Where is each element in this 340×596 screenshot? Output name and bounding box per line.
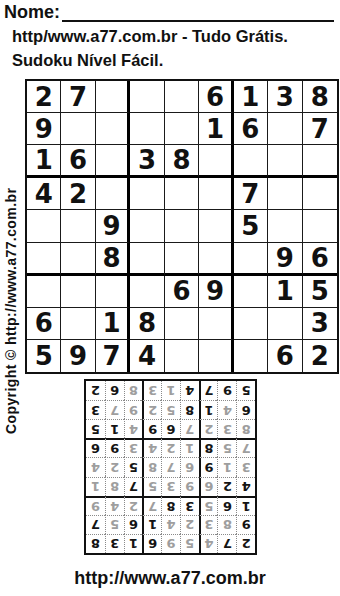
puzzle-cell-r8c4[interactable]: 8 <box>130 308 164 340</box>
puzzle-cell-r7c1[interactable] <box>27 276 61 308</box>
puzzle-cell-r3c3[interactable] <box>96 145 130 178</box>
puzzle-cell-r5c8[interactable] <box>268 210 302 242</box>
puzzle-cell-r8c6[interactable] <box>199 308 233 340</box>
solution-cell-r9c7: 8 <box>124 381 143 400</box>
solution-cell-r1c6: 6 <box>142 534 161 553</box>
solution-cell-r9c8: 6 <box>105 381 124 400</box>
puzzle-cell-r8c1[interactable]: 6 <box>27 308 61 340</box>
puzzle-cell-r4c4[interactable] <box>130 178 164 210</box>
solution-cell-r2c8: 5 <box>105 515 124 534</box>
puzzle-cell-r4c6[interactable] <box>199 178 233 210</box>
solution-cell-r6c5: 2 <box>161 438 180 457</box>
solution-cell-r7c1: 8 <box>236 419 255 438</box>
puzzle-cell-r8c3[interactable]: 1 <box>96 308 130 340</box>
solution-cell-r6c7: 3 <box>124 438 143 457</box>
footer-url: http://www.a77.com.br <box>0 568 340 589</box>
solution-cell-r8c6: 2 <box>142 400 161 419</box>
puzzle-cell-r6c7[interactable] <box>234 243 268 276</box>
puzzle-cell-r9c6[interactable] <box>199 340 233 372</box>
solution-cell-r4c4: 9 <box>180 477 199 496</box>
solution-cell-r1c4: 5 <box>180 534 199 553</box>
puzzle-cell-r1c8[interactable]: 3 <box>268 81 302 113</box>
puzzle-cell-r9c9[interactable]: 2 <box>303 340 337 372</box>
solution-cell-r9c4: 4 <box>180 381 199 400</box>
solution-cell-r6c1: 7 <box>236 438 255 457</box>
solution-cell-r4c8: 8 <box>105 477 124 496</box>
puzzle-cell-r9c8[interactable]: 6 <box>268 340 302 372</box>
sudoku-solution-grid-rotated: 2745961389832416571653872494269357813196… <box>84 379 257 555</box>
solution-cell-r3c9: 9 <box>86 496 105 515</box>
puzzle-cell-r6c6[interactable] <box>199 243 233 276</box>
puzzle-cell-r1c4[interactable] <box>130 81 164 113</box>
solution-cell-r6c8: 9 <box>105 438 124 457</box>
puzzle-cell-r6c3[interactable]: 8 <box>96 243 130 276</box>
puzzle-cell-r2c8[interactable] <box>268 113 302 145</box>
puzzle-cell-r1c2[interactable]: 7 <box>61 81 95 113</box>
solution-cell-r4c2: 2 <box>217 477 236 496</box>
puzzle-cell-r4c7[interactable]: 7 <box>234 178 268 210</box>
solution-cell-r6c9: 6 <box>86 438 105 457</box>
solution-cell-r4c5: 3 <box>161 477 180 496</box>
solution-cell-r9c9: 2 <box>86 381 105 400</box>
solution-cell-r8c8: 7 <box>105 400 124 419</box>
puzzle-cell-r7c5[interactable]: 6 <box>165 276 199 308</box>
solution-cell-r2c4: 2 <box>180 515 199 534</box>
solution-cell-r5c6: 8 <box>142 457 161 476</box>
name-row: Nome: <box>4 2 334 22</box>
puzzle-cell-r5c5[interactable] <box>165 210 199 242</box>
site-header-text: http/www.a77.com.br - Tudo Grátis. <box>12 27 288 46</box>
puzzle-cell-r3c4[interactable]: 3 <box>130 145 164 178</box>
solution-cell-r7c5: 6 <box>161 419 180 438</box>
puzzle-cell-r3c6[interactable] <box>199 145 233 178</box>
puzzle-cell-r1c5[interactable] <box>165 81 199 113</box>
solution-cell-r4c1: 4 <box>236 477 255 496</box>
solution-cell-r6c3: 8 <box>199 438 218 457</box>
solution-cell-r1c8: 3 <box>105 534 124 553</box>
solution-cell-r1c5: 9 <box>161 534 180 553</box>
solution-cell-r5c8: 2 <box>105 457 124 476</box>
solution-cell-r8c9: 3 <box>86 400 105 419</box>
solution-cell-r1c2: 7 <box>217 534 236 553</box>
solution-cell-r2c1: 9 <box>236 515 255 534</box>
puzzle-cell-r2c7[interactable]: 6 <box>234 113 268 145</box>
puzzle-cell-r7c3[interactable] <box>96 276 130 308</box>
puzzle-cell-r9c2[interactable]: 9 <box>61 340 95 372</box>
solution-cell-r3c3: 5 <box>199 496 218 515</box>
puzzle-cell-r4c8[interactable] <box>268 178 302 210</box>
puzzle-cell-r4c5[interactable] <box>165 178 199 210</box>
solution-cell-r5c3: 9 <box>199 457 218 476</box>
solution-cell-r4c6: 5 <box>142 477 161 496</box>
solution-cell-r2c6: 1 <box>142 515 161 534</box>
puzzle-level-title: Sudoku Nível Fácil. <box>12 51 163 70</box>
name-label: Nome: <box>4 3 60 22</box>
solution-cell-r7c2: 3 <box>217 419 236 438</box>
solution-cell-r6c2: 5 <box>217 438 236 457</box>
puzzle-cell-r8c2[interactable] <box>61 308 95 340</box>
puzzle-cell-r5c4[interactable] <box>130 210 164 242</box>
solution-cell-r3c5: 8 <box>161 496 180 515</box>
solution-cell-r5c4: 6 <box>180 457 199 476</box>
solution-cell-r3c6: 7 <box>142 496 161 515</box>
solution-cell-r6c6: 4 <box>142 438 161 457</box>
puzzle-cell-r6c8[interactable]: 9 <box>268 243 302 276</box>
solution-cell-r1c9: 8 <box>86 534 105 553</box>
copyright-vertical-text: Copyright © http://www.a77.com.br <box>3 188 19 434</box>
puzzle-cell-r4c1[interactable]: 4 <box>27 178 61 210</box>
solution-cell-r2c9: 7 <box>86 515 105 534</box>
solution-cell-r8c5: 5 <box>161 400 180 419</box>
puzzle-cell-r1c7[interactable]: 1 <box>234 81 268 113</box>
solution-cell-r3c8: 4 <box>105 496 124 515</box>
puzzle-cell-r3c2[interactable]: 6 <box>61 145 95 178</box>
puzzle-cell-r3c1[interactable]: 1 <box>27 145 61 178</box>
puzzle-cell-r1c3[interactable] <box>96 81 130 113</box>
puzzle-cell-r8c8[interactable] <box>268 308 302 340</box>
puzzle-cell-r8c7[interactable] <box>234 308 268 340</box>
puzzle-cell-r3c9[interactable] <box>303 145 337 178</box>
solution-cell-r9c2: 9 <box>217 381 236 400</box>
sudoku-puzzle-grid: 276138916716384279589669156183597462 <box>25 79 339 374</box>
puzzle-cell-r2c9[interactable]: 7 <box>303 113 337 145</box>
puzzle-cell-r9c4[interactable]: 4 <box>130 340 164 372</box>
solution-cell-r8c7: 9 <box>124 400 143 419</box>
solution-cell-r1c1: 2 <box>236 534 255 553</box>
solution-cell-r6c4: 1 <box>180 438 199 457</box>
name-blank-line <box>62 2 334 22</box>
solution-cell-r8c4: 8 <box>180 400 199 419</box>
solution-cell-r2c3: 3 <box>199 515 218 534</box>
solution-cell-r3c7: 2 <box>124 496 143 515</box>
puzzle-cell-r8c5[interactable] <box>165 308 199 340</box>
solution-cell-r9c3: 7 <box>199 381 218 400</box>
solution-cell-r8c3: 1 <box>199 400 218 419</box>
solution-cell-r2c5: 4 <box>161 515 180 534</box>
solution-cell-r7c4: 7 <box>180 419 199 438</box>
puzzle-cell-r7c9[interactable]: 5 <box>303 276 337 308</box>
solution-cell-r7c3: 2 <box>199 419 218 438</box>
solution-cell-r7c9: 5 <box>86 419 105 438</box>
puzzle-cell-r2c3[interactable] <box>96 113 130 145</box>
puzzle-cell-r3c7[interactable] <box>234 145 268 178</box>
solution-cell-r7c6: 9 <box>142 419 161 438</box>
puzzle-cell-r4c2[interactable]: 2 <box>61 178 95 210</box>
puzzle-cell-r1c1[interactable]: 2 <box>27 81 61 113</box>
puzzle-cell-r7c7[interactable] <box>234 276 268 308</box>
solution-cell-r4c9: 1 <box>86 477 105 496</box>
sudoku-worksheet-page: Nome: http/www.a77.com.br - Tudo Grátis.… <box>0 0 340 596</box>
solution-cell-r5c7: 5 <box>124 457 143 476</box>
solution-cell-r3c2: 6 <box>217 496 236 515</box>
solution-cell-r5c9: 4 <box>86 457 105 476</box>
solution-cell-r9c5: 1 <box>161 381 180 400</box>
puzzle-cell-r5c7[interactable]: 5 <box>234 210 268 242</box>
solution-cell-r1c7: 1 <box>124 534 143 553</box>
puzzle-cell-r5c9[interactable] <box>303 210 337 242</box>
puzzle-cell-r1c6[interactable]: 6 <box>199 81 233 113</box>
solution-cell-r7c7: 4 <box>124 419 143 438</box>
solution-cell-r2c2: 8 <box>217 515 236 534</box>
puzzle-cell-r3c5[interactable]: 8 <box>165 145 199 178</box>
solution-cell-r5c2: 1 <box>217 457 236 476</box>
puzzle-cell-r7c6[interactable]: 9 <box>199 276 233 308</box>
solution-cell-r4c3: 6 <box>199 477 218 496</box>
puzzle-cell-r2c2[interactable] <box>61 113 95 145</box>
puzzle-cell-r5c3[interactable]: 9 <box>96 210 130 242</box>
puzzle-cell-r9c1[interactable]: 5 <box>27 340 61 372</box>
puzzle-cell-r6c1[interactable] <box>27 243 61 276</box>
puzzle-cell-r6c5[interactable] <box>165 243 199 276</box>
solution-cell-r4c7: 7 <box>124 477 143 496</box>
puzzle-cell-r9c5[interactable] <box>165 340 199 372</box>
puzzle-cell-r3c8[interactable] <box>268 145 302 178</box>
puzzle-cell-r7c4[interactable] <box>130 276 164 308</box>
solution-cell-r7c8: 1 <box>105 419 124 438</box>
puzzle-cell-r1c9[interactable]: 8 <box>303 81 337 113</box>
solution-cell-r8c1: 6 <box>236 400 255 419</box>
puzzle-cell-r5c1[interactable] <box>27 210 61 242</box>
puzzle-cell-r2c5[interactable] <box>165 113 199 145</box>
puzzle-cell-r2c6[interactable]: 1 <box>199 113 233 145</box>
solution-cell-r9c6: 3 <box>142 381 161 400</box>
puzzle-cell-r5c6[interactable] <box>199 210 233 242</box>
puzzle-cell-r4c3[interactable] <box>96 178 130 210</box>
puzzle-cell-r6c9[interactable]: 6 <box>303 243 337 276</box>
solution-cell-r5c5: 7 <box>161 457 180 476</box>
puzzle-cell-r2c1[interactable]: 9 <box>27 113 61 145</box>
solution-cell-r2c7: 6 <box>124 515 143 534</box>
puzzle-cell-r9c3[interactable]: 7 <box>96 340 130 372</box>
puzzle-cell-r6c4[interactable] <box>130 243 164 276</box>
puzzle-cell-r7c2[interactable] <box>61 276 95 308</box>
solution-cell-r5c1: 3 <box>236 457 255 476</box>
puzzle-cell-r5c2[interactable] <box>61 210 95 242</box>
solution-cell-r3c4: 3 <box>180 496 199 515</box>
solution-cell-r9c1: 5 <box>236 381 255 400</box>
solution-cell-r3c1: 1 <box>236 496 255 515</box>
puzzle-cell-r7c8[interactable]: 1 <box>268 276 302 308</box>
puzzle-cell-r4c9[interactable] <box>303 178 337 210</box>
puzzle-cell-r9c7[interactable] <box>234 340 268 372</box>
puzzle-cell-r6c2[interactable] <box>61 243 95 276</box>
puzzle-cell-r2c4[interactable] <box>130 113 164 145</box>
puzzle-cell-r8c9[interactable]: 3 <box>303 308 337 340</box>
solution-cell-r8c2: 4 <box>217 400 236 419</box>
solution-cell-r1c3: 4 <box>199 534 218 553</box>
